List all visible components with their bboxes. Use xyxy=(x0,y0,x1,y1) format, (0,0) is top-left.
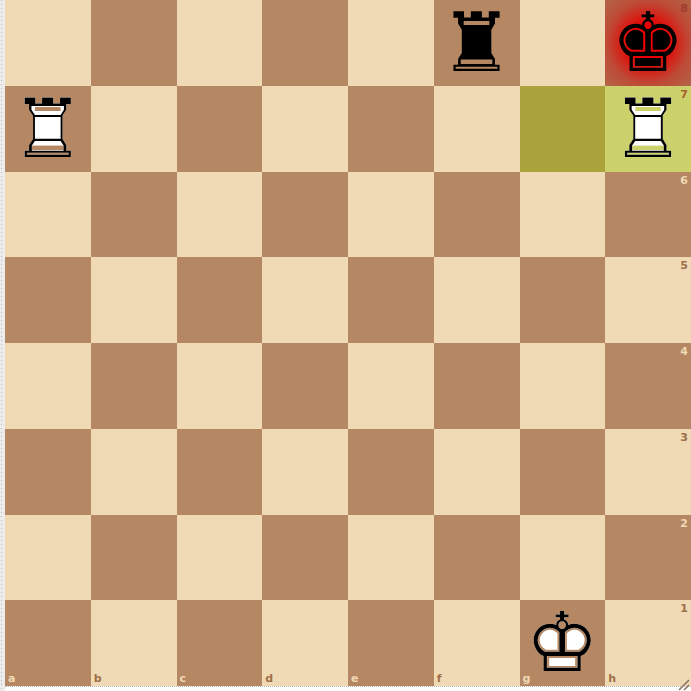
square-c4[interactable] xyxy=(177,343,263,429)
square-e4[interactable] xyxy=(348,343,434,429)
square-c1[interactable]: c xyxy=(177,600,263,686)
rank-label-5: 5 xyxy=(680,260,688,271)
square-g7[interactable] xyxy=(520,86,606,172)
square-a8[interactable] xyxy=(5,0,91,86)
square-g3[interactable] xyxy=(520,429,606,515)
square-h8[interactable]: 8♚ xyxy=(605,0,691,86)
square-e1[interactable]: e xyxy=(348,600,434,686)
rank-label-1: 1 xyxy=(680,603,688,614)
square-f2[interactable] xyxy=(434,515,520,601)
rank-label-6: 6 xyxy=(680,175,688,186)
square-d8[interactable] xyxy=(262,0,348,86)
file-label-c: c xyxy=(180,673,187,684)
rank-label-3: 3 xyxy=(680,432,688,443)
square-b7[interactable] xyxy=(91,86,177,172)
square-b4[interactable] xyxy=(91,343,177,429)
square-h5[interactable]: 5 xyxy=(605,257,691,343)
square-f6[interactable] xyxy=(434,172,520,258)
piece-outline-layer: ♖ xyxy=(605,86,691,172)
square-a3[interactable] xyxy=(5,429,91,515)
rank-label-2: 2 xyxy=(680,518,688,529)
square-d1[interactable]: d xyxy=(262,600,348,686)
square-b3[interactable] xyxy=(91,429,177,515)
board-resize-handle-icon[interactable] xyxy=(676,676,690,690)
square-d2[interactable] xyxy=(262,515,348,601)
square-b1[interactable]: b xyxy=(91,600,177,686)
square-d7[interactable] xyxy=(262,86,348,172)
square-e5[interactable] xyxy=(348,257,434,343)
square-h7[interactable]: 7♜♖ xyxy=(605,86,691,172)
square-c7[interactable] xyxy=(177,86,263,172)
square-g6[interactable] xyxy=(520,172,606,258)
square-h2[interactable]: 2 xyxy=(605,515,691,601)
piece-white-rook[interactable]: ♜♖ xyxy=(5,86,91,172)
square-e7[interactable] xyxy=(348,86,434,172)
piece-outline-layer: ♔ xyxy=(520,600,606,686)
square-e3[interactable] xyxy=(348,429,434,515)
bottom-gutter xyxy=(5,686,691,691)
piece-white-rook[interactable]: ♜♖ xyxy=(605,86,691,172)
square-g5[interactable] xyxy=(520,257,606,343)
square-e8[interactable] xyxy=(348,0,434,86)
square-g1[interactable]: g♚♔ xyxy=(520,600,606,686)
file-label-h: h xyxy=(608,673,616,684)
piece-solid-layer: ♜ xyxy=(434,0,520,86)
chess-board: ♜8♚♜♖7♜♖65432abcdefg♚♔1h xyxy=(5,0,691,686)
chess-app-page: ♜8♚♜♖7♜♖65432abcdefg♚♔1h xyxy=(0,0,691,691)
square-c6[interactable] xyxy=(177,172,263,258)
square-d5[interactable] xyxy=(262,257,348,343)
square-g2[interactable] xyxy=(520,515,606,601)
piece-solid-layer: ♚ xyxy=(605,0,691,86)
square-d6[interactable] xyxy=(262,172,348,258)
square-a1[interactable]: a xyxy=(5,600,91,686)
square-e6[interactable] xyxy=(348,172,434,258)
square-c2[interactable] xyxy=(177,515,263,601)
square-a7[interactable]: ♜♖ xyxy=(5,86,91,172)
piece-white-king[interactable]: ♚♔ xyxy=(520,600,606,686)
file-label-d: d xyxy=(265,673,273,684)
square-d4[interactable] xyxy=(262,343,348,429)
square-b2[interactable] xyxy=(91,515,177,601)
square-f1[interactable]: f xyxy=(434,600,520,686)
file-label-b: b xyxy=(94,673,102,684)
piece-black-rook[interactable]: ♜ xyxy=(434,0,520,86)
piece-black-king[interactable]: ♚ xyxy=(605,0,691,86)
piece-outline-layer: ♖ xyxy=(5,86,91,172)
square-d3[interactable] xyxy=(262,429,348,515)
square-g4[interactable] xyxy=(520,343,606,429)
square-a2[interactable] xyxy=(5,515,91,601)
square-h1[interactable]: 1h xyxy=(605,600,691,686)
square-c3[interactable] xyxy=(177,429,263,515)
square-f5[interactable] xyxy=(434,257,520,343)
square-b6[interactable] xyxy=(91,172,177,258)
file-label-a: a xyxy=(8,673,15,684)
square-c5[interactable] xyxy=(177,257,263,343)
square-f8[interactable]: ♜ xyxy=(434,0,520,86)
rank-label-4: 4 xyxy=(680,346,688,357)
square-c8[interactable] xyxy=(177,0,263,86)
square-b5[interactable] xyxy=(91,257,177,343)
square-g8[interactable] xyxy=(520,0,606,86)
square-h4[interactable]: 4 xyxy=(605,343,691,429)
square-h3[interactable]: 3 xyxy=(605,429,691,515)
square-h6[interactable]: 6 xyxy=(605,172,691,258)
square-e2[interactable] xyxy=(348,515,434,601)
square-b8[interactable] xyxy=(91,0,177,86)
square-f7[interactable] xyxy=(434,86,520,172)
square-a6[interactable] xyxy=(5,172,91,258)
square-a5[interactable] xyxy=(5,257,91,343)
square-f3[interactable] xyxy=(434,429,520,515)
square-a4[interactable] xyxy=(5,343,91,429)
square-f4[interactable] xyxy=(434,343,520,429)
file-label-e: e xyxy=(351,673,358,684)
file-label-f: f xyxy=(437,673,442,684)
